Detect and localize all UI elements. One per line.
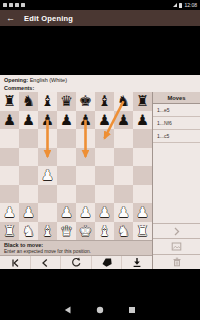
square-d2[interactable]: ♟: [57, 203, 76, 222]
back-arrow-icon[interactable]: ←: [6, 10, 15, 26]
square-g5[interactable]: [114, 148, 133, 167]
square-f8[interactable]: ♝: [95, 92, 114, 111]
black-rook-piece: ♜: [136, 94, 149, 109]
square-c8[interactable]: ♝: [38, 92, 57, 111]
square-d1[interactable]: ♛: [57, 222, 76, 241]
square-a4[interactable]: [0, 166, 19, 185]
square-c1[interactable]: ♝: [38, 222, 57, 241]
square-d5[interactable]: [57, 148, 76, 167]
black-queen-piece: ♛: [60, 94, 73, 109]
square-b8[interactable]: ♞: [19, 92, 38, 111]
white-pawn-piece: ♟: [79, 205, 92, 220]
black-pawn-piece: ♟: [3, 113, 16, 128]
square-c3[interactable]: [38, 185, 57, 204]
move-item[interactable]: 1...e5: [153, 104, 200, 117]
download-button[interactable]: [122, 256, 152, 269]
square-h1[interactable]: ♜: [133, 222, 152, 241]
square-g6[interactable]: [114, 129, 133, 148]
square-b3[interactable]: [19, 185, 38, 204]
notification-icon: [15, 3, 19, 7]
square-e3[interactable]: [76, 185, 95, 204]
white-knight-piece: ♞: [22, 224, 35, 239]
white-queen-piece: ♛: [60, 224, 73, 239]
chevron-right-icon: [172, 227, 181, 236]
square-d6[interactable]: [57, 129, 76, 148]
turn-indicator: Black to move: Enter an expected move fo…: [0, 240, 152, 255]
signal-icon: [173, 3, 177, 7]
square-c5[interactable]: [38, 148, 57, 167]
square-d7[interactable]: ♟: [57, 111, 76, 130]
square-h7[interactable]: ♟: [133, 111, 152, 130]
white-rook-piece: ♜: [136, 224, 149, 239]
square-b2[interactable]: ♟: [19, 203, 38, 222]
square-c4[interactable]: ♟: [38, 166, 57, 185]
square-f1[interactable]: ♝: [95, 222, 114, 241]
square-g2[interactable]: ♟: [114, 203, 133, 222]
square-h2[interactable]: ♟: [133, 203, 152, 222]
previous-move-button[interactable]: [31, 256, 62, 269]
opening-value: English (White): [28, 77, 67, 83]
square-g4[interactable]: [114, 166, 133, 185]
nav-back-icon[interactable]: [64, 306, 72, 314]
app-bar: ← Edit Opening: [0, 10, 200, 26]
screen: 12:08 ← Edit Opening Opening: English (W…: [0, 0, 200, 320]
black-bishop-piece: ♝: [41, 94, 54, 109]
black-king-piece: ♚: [79, 94, 92, 109]
white-pawn-piece: ♟: [117, 205, 130, 220]
white-pawn-piece: ♟: [98, 205, 111, 220]
black-pawn-piece: ♟: [60, 113, 73, 128]
square-h6[interactable]: [133, 129, 152, 148]
banner-area: [0, 26, 200, 75]
white-bishop-piece: ♝: [98, 224, 111, 239]
black-pawn-piece: ♟: [79, 113, 92, 128]
white-pawn-piece: ♟: [22, 205, 35, 220]
bottom-toolbar: [0, 255, 152, 269]
notification-icon: [21, 3, 25, 7]
white-king-piece: ♚: [79, 224, 92, 239]
square-c6[interactable]: [38, 129, 57, 148]
clock: 12:08: [184, 0, 197, 10]
square-e6[interactable]: [76, 129, 95, 148]
white-bishop-piece: ♝: [41, 224, 54, 239]
square-e1[interactable]: ♚: [76, 222, 95, 241]
black-bishop-piece: ♝: [98, 94, 111, 109]
square-e2[interactable]: ♟: [76, 203, 95, 222]
delete-button[interactable]: [153, 254, 200, 269]
square-c7[interactable]: ♟: [38, 111, 57, 130]
skip-to-start-button[interactable]: [0, 256, 31, 269]
square-f2[interactable]: ♟: [95, 203, 114, 222]
comments-row[interactable]: Comments:: [4, 85, 196, 93]
square-e5[interactable]: [76, 148, 95, 167]
square-a5[interactable]: [0, 148, 19, 167]
square-a3[interactable]: [0, 185, 19, 204]
square-f3[interactable]: [95, 185, 114, 204]
black-knight-piece: ♞: [22, 94, 35, 109]
black-pawn-piece: ♟: [22, 113, 35, 128]
square-a7[interactable]: ♟: [0, 111, 19, 130]
square-d3[interactable]: [57, 185, 76, 204]
square-g3[interactable]: [114, 185, 133, 204]
move-item[interactable]: 1...c5: [153, 130, 200, 143]
square-f7[interactable]: ♟: [95, 111, 114, 130]
white-pawn-piece: ♟: [136, 205, 149, 220]
skip-to-start-icon: [9, 258, 21, 268]
square-e7[interactable]: ♟: [76, 111, 95, 130]
square-g7[interactable]: ♟: [114, 111, 133, 130]
moves-header: Moves: [153, 92, 200, 104]
square-g8[interactable]: ♞: [114, 92, 133, 111]
opening-editor-panel: Opening: English (White) Comments: ♜♞♝♛♚…: [0, 75, 200, 269]
refresh-icon: [70, 257, 82, 268]
white-pawn-piece: ♟: [41, 168, 54, 183]
square-b4[interactable]: [19, 166, 38, 185]
notification-icons: [3, 3, 25, 7]
comments-label: Comments:: [4, 85, 34, 91]
square-a6[interactable]: [0, 129, 19, 148]
square-h5[interactable]: [133, 148, 152, 167]
nav-home-icon[interactable]: [96, 306, 104, 314]
square-g1[interactable]: ♞: [114, 222, 133, 241]
download-icon: [131, 257, 143, 268]
square-d4[interactable]: [57, 166, 76, 185]
square-e8[interactable]: ♚: [76, 92, 95, 111]
square-h8[interactable]: ♜: [133, 92, 152, 111]
image-icon: [171, 242, 182, 251]
refresh-button[interactable]: [61, 256, 92, 269]
square-b5[interactable]: [19, 148, 38, 167]
white-rook-piece: ♜: [3, 224, 16, 239]
moves-list: 1...e51...Nf61...c5: [153, 104, 200, 223]
white-pawn-piece: ♟: [3, 205, 16, 220]
square-h3[interactable]: [133, 185, 152, 204]
black-rook-piece: ♜: [3, 94, 16, 109]
black-pawn-piece: ♟: [117, 113, 130, 128]
square-d8[interactable]: ♛: [57, 92, 76, 111]
white-pawn-piece: ♟: [60, 205, 73, 220]
white-knight-piece: ♞: [117, 224, 130, 239]
black-knight-piece: ♞: [117, 94, 130, 109]
notification-icon: [9, 3, 13, 7]
status-bar: 12:08: [0, 0, 200, 10]
chess-board[interactable]: ♜♞♝♛♚♝♞♜♟♟♟♟♟♟♟♟♟♟♟♟♟♟♟♟♜♞♝♛♚♝♞♜: [0, 92, 152, 240]
move-item[interactable]: 1...Nf6: [153, 117, 200, 130]
square-b7[interactable]: ♟: [19, 111, 38, 130]
trash-icon: [172, 257, 182, 267]
tag-button[interactable]: [92, 256, 123, 269]
chevron-left-icon: [39, 258, 51, 268]
square-a1[interactable]: ♜: [0, 222, 19, 241]
square-c2[interactable]: [38, 203, 57, 222]
square-f5[interactable]: [95, 148, 114, 167]
square-a8[interactable]: ♜: [0, 92, 19, 111]
opening-label: Opening:: [4, 77, 28, 83]
nav-recents-icon[interactable]: [128, 306, 136, 314]
image-button[interactable]: [153, 238, 200, 254]
square-f4[interactable]: [95, 166, 114, 185]
battery-icon: [179, 3, 182, 8]
page-title: Edit Opening: [24, 14, 73, 23]
tag-icon: [101, 257, 113, 268]
square-f6[interactable]: [95, 129, 114, 148]
moves-panel: Moves 1...e51...Nf61...c5: [152, 92, 200, 269]
android-nav-bar: [0, 304, 200, 316]
square-b1[interactable]: ♞: [19, 222, 38, 241]
square-b6[interactable]: [19, 129, 38, 148]
square-e4[interactable]: [76, 166, 95, 185]
opening-info: Opening: English (White) Comments:: [0, 75, 200, 92]
black-pawn-piece: ♟: [41, 113, 54, 128]
opening-row[interactable]: Opening: English (White): [4, 77, 196, 85]
black-pawn-piece: ♟: [98, 113, 111, 128]
square-h4[interactable]: [133, 166, 152, 185]
square-a2[interactable]: ♟: [0, 203, 19, 222]
next-move-button[interactable]: [153, 223, 200, 238]
black-pawn-piece: ♟: [136, 113, 149, 128]
turn-subtitle: Enter an expected move for this position…: [4, 249, 148, 255]
notification-icon: [3, 3, 7, 7]
